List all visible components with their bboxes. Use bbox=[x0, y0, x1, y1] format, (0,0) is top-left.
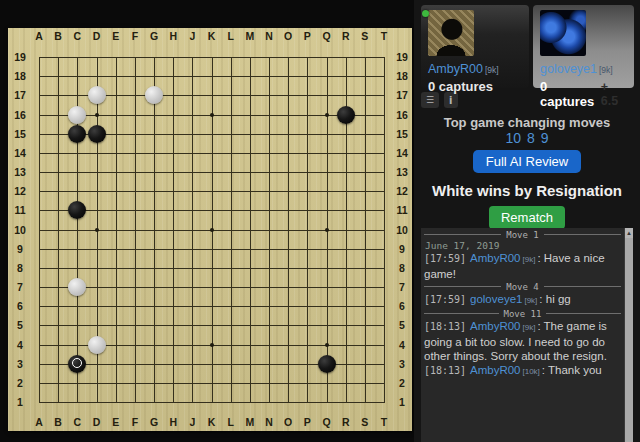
board-coordinate-label: 6 bbox=[10, 300, 30, 312]
move-divider: Move 4 bbox=[424, 281, 621, 292]
move-divider-label[interactable]: Move 11 bbox=[504, 309, 542, 319]
move-divider: Move 1 bbox=[424, 229, 621, 240]
ai-review-row: Full AI Review bbox=[414, 150, 640, 173]
captures-white: 0 captures bbox=[540, 79, 601, 109]
ai-move-link-3[interactable]: 9 bbox=[541, 130, 549, 146]
chat-message: [17:59]AmbyR00[9k]: Have a nice game! bbox=[424, 251, 621, 281]
stone-black bbox=[318, 355, 336, 373]
star-point bbox=[325, 228, 329, 232]
grid-line bbox=[39, 268, 385, 269]
star-point bbox=[95, 228, 99, 232]
grid-line bbox=[39, 383, 385, 384]
board-coordinate-label: T bbox=[377, 416, 391, 428]
stone-white bbox=[88, 86, 106, 104]
board-coordinate-label: 4 bbox=[392, 339, 412, 351]
ai-title: Top game changing moves bbox=[414, 115, 640, 130]
chat-timestamp: [18:13] bbox=[424, 320, 466, 334]
list-icon: ☰ bbox=[426, 95, 434, 105]
player-name-row: AmbyR00[9k] bbox=[428, 59, 529, 77]
board-coordinate-label: Q bbox=[320, 416, 334, 428]
game-info-button[interactable]: i bbox=[444, 92, 457, 108]
board-coordinate-label: T bbox=[377, 30, 391, 42]
ai-move-link-1[interactable]: 10 bbox=[505, 130, 521, 146]
board-coordinate-label: 3 bbox=[392, 358, 412, 370]
board-coordinate-label: 12 bbox=[10, 185, 30, 197]
board-coordinate-label: R bbox=[339, 416, 353, 428]
chat-message: [18:13]AmbyR00[10k]: Thank you bbox=[424, 363, 621, 379]
board-coordinate-label: 19 bbox=[392, 51, 412, 63]
board-coordinate-label: 15 bbox=[10, 128, 30, 140]
chat-player-name[interactable]: AmbyR00 bbox=[470, 364, 521, 376]
board-coordinate-label: Q bbox=[320, 30, 334, 42]
board-coordinate-label: L bbox=[224, 416, 238, 428]
board-coordinate-label: 2 bbox=[10, 377, 30, 389]
stone-black bbox=[68, 201, 86, 219]
grid-line bbox=[39, 249, 385, 250]
board-coordinate-label: H bbox=[166, 416, 180, 428]
board-coordinate-label: 12 bbox=[392, 185, 412, 197]
chat-player-rank: [10k] bbox=[523, 367, 540, 376]
board-coordinate-label: 10 bbox=[392, 224, 412, 236]
chat-message: [18:13]AmbyR00[9k]: The game is going a … bbox=[424, 319, 621, 363]
chat-player-rank: [9k] bbox=[524, 296, 537, 305]
board-coordinate-label: E bbox=[109, 416, 123, 428]
chat-scrollbar[interactable]: ▲ bbox=[624, 228, 633, 442]
board-coordinate-label: C bbox=[70, 416, 84, 428]
grid-line bbox=[39, 402, 385, 403]
game-page: AABBCCDDEEFFGGHHJJKKLLMMNNOOPPQQRRSSTT19… bbox=[0, 0, 640, 442]
grid-line bbox=[250, 57, 251, 403]
chat-timestamp: [17:59] bbox=[424, 293, 466, 307]
board-coordinate-label: K bbox=[205, 30, 219, 42]
board-coordinate-label: P bbox=[300, 416, 314, 428]
board-coordinate-label: 19 bbox=[10, 51, 30, 63]
divider-line bbox=[546, 313, 621, 314]
board-coordinate-label: 2 bbox=[392, 377, 412, 389]
board-coordinate-label: A bbox=[32, 416, 46, 428]
chat-player-name[interactable]: AmbyR00 bbox=[470, 252, 521, 264]
board-coordinate-label: J bbox=[185, 30, 199, 42]
ai-move-links: 1089 bbox=[414, 131, 640, 146]
star-point bbox=[95, 113, 99, 117]
game-result: White wins by Resignation bbox=[414, 182, 640, 199]
board-coordinate-label: F bbox=[128, 416, 142, 428]
stone-white bbox=[68, 106, 86, 124]
board-coordinate-label: E bbox=[109, 30, 123, 42]
grid-line bbox=[39, 306, 385, 307]
stone-white bbox=[145, 86, 163, 104]
board-coordinate-label: B bbox=[51, 30, 65, 42]
chat-player-rank: [9k] bbox=[523, 255, 536, 264]
chat-date: June 17, 2019 bbox=[424, 240, 621, 251]
board-coordinate-label: 16 bbox=[392, 109, 412, 121]
board-coordinate-label: 5 bbox=[392, 319, 412, 331]
board-coordinate-label: H bbox=[166, 30, 180, 42]
board-coordinate-label: 3 bbox=[10, 358, 30, 370]
board-coordinate-label: 1 bbox=[10, 396, 30, 408]
board-coordinate-label: 1 bbox=[392, 396, 412, 408]
captures-row-white: 0 captures + 6.5 bbox=[540, 79, 627, 109]
board-coordinate-label: 8 bbox=[10, 262, 30, 274]
captures-row-black: 0 captures bbox=[428, 79, 522, 94]
stone-black bbox=[337, 106, 355, 124]
board-coordinate-label: A bbox=[32, 30, 46, 42]
full-ai-review-button[interactable]: Full AI Review bbox=[473, 150, 581, 173]
ai-move-link-2[interactable]: 8 bbox=[527, 130, 535, 146]
board-coordinate-label: 13 bbox=[392, 166, 412, 178]
board-coordinate-label: 11 bbox=[10, 204, 30, 216]
board-coordinate-label: L bbox=[224, 30, 238, 42]
board-coordinate-label: 16 bbox=[10, 109, 30, 121]
goban[interactable]: AABBCCDDEEFFGGHHJJKKLLMMNNOOPPQQRRSSTT19… bbox=[8, 28, 412, 431]
board-coordinate-label: 13 bbox=[10, 166, 30, 178]
star-point bbox=[210, 343, 214, 347]
player-card-white: goloveye1[9k] 0 captures + 6.5 bbox=[533, 5, 634, 88]
star-point bbox=[210, 228, 214, 232]
avatar-black-player[interactable] bbox=[428, 10, 474, 56]
divider-line bbox=[544, 234, 621, 235]
board-coordinate-label: M bbox=[243, 30, 257, 42]
board-coordinate-label: 5 bbox=[10, 319, 30, 331]
grid-line bbox=[384, 57, 385, 403]
board-coordinate-label: O bbox=[281, 416, 295, 428]
grid-line bbox=[288, 57, 289, 403]
divider-line bbox=[424, 234, 501, 235]
players-row: AmbyR00[9k] 0 captures goloveye1[9k] 0 c… bbox=[414, 0, 640, 88]
board-coordinate-label: 18 bbox=[392, 70, 412, 82]
player-name-white[interactable]: goloveye1 bbox=[540, 62, 597, 76]
board-coordinate-label: 9 bbox=[392, 243, 412, 255]
chat-player-name[interactable]: AmbyR00 bbox=[470, 320, 521, 332]
stone-white bbox=[88, 336, 106, 354]
komi-value: + 6.5 bbox=[601, 80, 627, 108]
board-coordinate-label: K bbox=[205, 416, 219, 428]
board-coordinate-label: 14 bbox=[10, 147, 30, 159]
board-coordinate-label: 11 bbox=[392, 204, 412, 216]
right-panel: AmbyR00[9k] 0 captures goloveye1[9k] 0 c… bbox=[414, 0, 640, 442]
board-coordinate-label: F bbox=[128, 30, 142, 42]
chat-message-text: : Thank you bbox=[542, 364, 602, 376]
board-coordinate-label: C bbox=[70, 30, 84, 42]
board-coordinate-label: P bbox=[300, 30, 314, 42]
board-coordinate-label: N bbox=[262, 30, 276, 42]
scroll-up-icon[interactable]: ▲ bbox=[625, 228, 633, 238]
player-card-black: AmbyR00[9k] 0 captures bbox=[421, 5, 529, 88]
avatar-white-player[interactable] bbox=[540, 10, 586, 56]
grid-line bbox=[231, 57, 232, 403]
captures-black: 0 captures bbox=[428, 79, 493, 94]
chat-timestamp: [17:59] bbox=[424, 252, 466, 266]
star-point bbox=[210, 113, 214, 117]
chat-player-rank: [9k] bbox=[523, 323, 536, 332]
board-coordinate-label: O bbox=[281, 30, 295, 42]
move-divider-label[interactable]: Move 4 bbox=[506, 282, 539, 292]
board-coordinate-label: S bbox=[358, 30, 372, 42]
board-coordinate-label: D bbox=[90, 30, 104, 42]
divider-line bbox=[544, 286, 621, 287]
board-coordinate-label: 6 bbox=[392, 300, 412, 312]
board-coordinate-label: J bbox=[185, 416, 199, 428]
board-coordinate-label: N bbox=[262, 416, 276, 428]
stone-black bbox=[68, 125, 86, 143]
grid-line bbox=[39, 325, 385, 326]
chat-player-name[interactable]: goloveye1 bbox=[470, 293, 522, 305]
board-coordinate-label: 17 bbox=[392, 89, 412, 101]
board-coordinate-label: G bbox=[147, 30, 161, 42]
move-divider: Move 11 bbox=[424, 308, 621, 319]
grid-line bbox=[39, 287, 385, 288]
player-name-black[interactable]: AmbyR00 bbox=[428, 62, 483, 76]
grid-line bbox=[269, 57, 270, 403]
stone-black bbox=[68, 355, 86, 373]
board-coordinate-label: B bbox=[51, 416, 65, 428]
board-coordinate-label: 7 bbox=[392, 281, 412, 293]
board-coordinate-label: S bbox=[358, 416, 372, 428]
board-coordinate-label: D bbox=[90, 416, 104, 428]
star-point bbox=[325, 113, 329, 117]
chat-message: [17:59]goloveye1[9k]: hi gg bbox=[424, 292, 621, 308]
online-indicator bbox=[422, 10, 429, 17]
player-name-row: goloveye1[9k] bbox=[540, 59, 634, 77]
board-coordinate-label: M bbox=[243, 416, 257, 428]
board-coordinate-label: 7 bbox=[10, 281, 30, 293]
stone-black bbox=[88, 125, 106, 143]
board-coordinate-label: 14 bbox=[392, 147, 412, 159]
board-coordinate-label: R bbox=[339, 30, 353, 42]
board-coordinate-label: 9 bbox=[10, 243, 30, 255]
info-icon: i bbox=[449, 95, 452, 106]
grid-line bbox=[365, 57, 366, 403]
rematch-button[interactable]: Rematch bbox=[489, 206, 565, 229]
board-coordinate-label: 8 bbox=[392, 262, 412, 274]
grid-line bbox=[307, 57, 308, 403]
chat-timestamp: [18:13] bbox=[424, 364, 466, 378]
board-coordinate-label: 4 bbox=[10, 339, 30, 351]
board-coordinate-label: 17 bbox=[10, 89, 30, 101]
board-coordinate-label: 18 bbox=[10, 70, 30, 82]
board-coordinate-label: G bbox=[147, 416, 161, 428]
moves-list-button[interactable]: ☰ bbox=[421, 92, 439, 108]
star-point bbox=[325, 343, 329, 347]
last-move-marker bbox=[72, 358, 82, 368]
divider-line bbox=[424, 286, 501, 287]
player-rank-black: [9k] bbox=[485, 65, 499, 75]
chat-log[interactable]: Move 1June 17, 2019[17:59]AmbyR00[9k]: H… bbox=[421, 228, 633, 442]
move-divider-label[interactable]: Move 1 bbox=[506, 230, 539, 240]
divider-line bbox=[424, 313, 499, 314]
board-coordinate-label: 10 bbox=[10, 224, 30, 236]
board-coordinate-label: 15 bbox=[392, 128, 412, 140]
stone-white bbox=[68, 278, 86, 296]
player-rank-white: [9k] bbox=[599, 65, 613, 75]
chat-message-text: : hi gg bbox=[539, 293, 570, 305]
rematch-row: Rematch bbox=[414, 206, 640, 229]
